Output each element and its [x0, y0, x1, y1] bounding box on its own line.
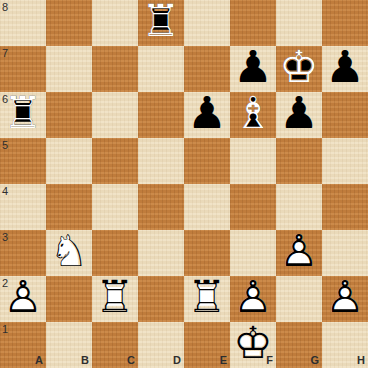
rank-label-4: 4 [2, 186, 8, 197]
square-a7[interactable]: 7 [0, 46, 46, 92]
square-h4[interactable] [322, 184, 368, 230]
square-h3[interactable] [322, 230, 368, 276]
piece-black-pawn[interactable]: ♟ [184, 92, 230, 138]
file-label-f: F [266, 355, 273, 366]
square-h5[interactable] [322, 138, 368, 184]
file-label-h: H [357, 355, 365, 366]
square-g3[interactable]: ♟♙ [276, 230, 322, 276]
piece-black-pawn[interactable]: ♟ [322, 46, 368, 92]
square-a4[interactable]: 4 [0, 184, 46, 230]
piece-white-rook[interactable]: ♜♖ [184, 276, 230, 322]
square-f1[interactable]: F♚♔ [230, 322, 276, 368]
square-a3[interactable]: 3 [0, 230, 46, 276]
square-d7[interactable] [138, 46, 184, 92]
square-g5[interactable] [276, 138, 322, 184]
piece-black-king[interactable]: ♚♔ [276, 46, 322, 92]
square-b7[interactable] [46, 46, 92, 92]
square-f6[interactable]: ♝♗ [230, 92, 276, 138]
square-f4[interactable] [230, 184, 276, 230]
piece-black-rook[interactable]: ♜♖ [138, 0, 184, 46]
white-pawn-outline-icon: ♙ [279, 229, 318, 273]
square-c6[interactable] [92, 92, 138, 138]
black-rook-outline-icon: ♖ [3, 91, 42, 135]
white-rook-outline-icon: ♖ [95, 275, 134, 319]
black-pawn-icon: ♟ [233, 45, 272, 89]
square-f8[interactable] [230, 0, 276, 46]
file-label-d: D [173, 355, 181, 366]
piece-black-bishop[interactable]: ♝♗ [230, 92, 276, 138]
black-king-outline-icon: ♔ [279, 45, 318, 89]
square-h2[interactable]: ♟♙ [322, 276, 368, 322]
rank-label-1: 1 [2, 324, 8, 335]
chess-board: 8♜♖7♟♚♔♟6♜♖♟♝♗♟543♞♘♟♙2♟♙♜♖♜♖♟♙♟♙1ABCDEF… [0, 0, 368, 368]
square-h8[interactable] [322, 0, 368, 46]
white-pawn-outline-icon: ♙ [325, 275, 364, 319]
square-a8[interactable]: 8 [0, 0, 46, 46]
square-g7[interactable]: ♚♔ [276, 46, 322, 92]
black-pawn-icon: ♟ [187, 91, 226, 135]
square-h6[interactable] [322, 92, 368, 138]
piece-white-rook[interactable]: ♜♖ [92, 276, 138, 322]
square-c3[interactable] [92, 230, 138, 276]
square-d8[interactable]: ♜♖ [138, 0, 184, 46]
square-e3[interactable] [184, 230, 230, 276]
square-h1[interactable]: H [322, 322, 368, 368]
white-pawn-outline-icon: ♙ [3, 275, 42, 319]
piece-white-pawn[interactable]: ♟♙ [276, 230, 322, 276]
square-f2[interactable]: ♟♙ [230, 276, 276, 322]
square-f5[interactable] [230, 138, 276, 184]
rank-label-8: 8 [2, 2, 8, 13]
square-a1[interactable]: 1A [0, 322, 46, 368]
square-b5[interactable] [46, 138, 92, 184]
square-e4[interactable] [184, 184, 230, 230]
square-b3[interactable]: ♞♘ [46, 230, 92, 276]
white-pawn-outline-icon: ♙ [233, 275, 272, 319]
square-b6[interactable] [46, 92, 92, 138]
square-b8[interactable] [46, 0, 92, 46]
square-d3[interactable] [138, 230, 184, 276]
piece-white-pawn[interactable]: ♟♙ [230, 276, 276, 322]
rank-label-7: 7 [2, 48, 8, 59]
rank-label-5: 5 [2, 140, 8, 151]
white-rook-outline-icon: ♖ [187, 275, 226, 319]
file-label-a: A [35, 355, 43, 366]
square-c2[interactable]: ♜♖ [92, 276, 138, 322]
square-e6[interactable]: ♟ [184, 92, 230, 138]
square-d1[interactable]: D [138, 322, 184, 368]
square-g2[interactable] [276, 276, 322, 322]
square-e1[interactable]: E [184, 322, 230, 368]
square-c5[interactable] [92, 138, 138, 184]
square-b4[interactable] [46, 184, 92, 230]
square-c7[interactable] [92, 46, 138, 92]
white-knight-outline-icon: ♘ [49, 229, 88, 273]
square-e7[interactable] [184, 46, 230, 92]
square-g8[interactable] [276, 0, 322, 46]
square-c4[interactable] [92, 184, 138, 230]
square-c1[interactable]: C [92, 322, 138, 368]
square-g1[interactable]: G [276, 322, 322, 368]
black-rook-outline-icon: ♖ [141, 0, 180, 43]
square-b1[interactable]: B [46, 322, 92, 368]
square-g6[interactable]: ♟ [276, 92, 322, 138]
rank-label-6: 6 [2, 94, 8, 105]
square-e8[interactable] [184, 0, 230, 46]
square-a2[interactable]: 2♟♙ [0, 276, 46, 322]
file-label-g: G [310, 355, 319, 366]
square-h7[interactable]: ♟ [322, 46, 368, 92]
square-c8[interactable] [92, 0, 138, 46]
file-label-e: E [220, 355, 227, 366]
square-a5[interactable]: 5 [0, 138, 46, 184]
piece-black-pawn[interactable]: ♟ [230, 46, 276, 92]
square-f3[interactable] [230, 230, 276, 276]
square-e2[interactable]: ♜♖ [184, 276, 230, 322]
black-pawn-icon: ♟ [325, 45, 364, 89]
square-a6[interactable]: 6♜♖ [0, 92, 46, 138]
square-b2[interactable] [46, 276, 92, 322]
file-label-c: C [127, 355, 135, 366]
rank-label-3: 3 [2, 232, 8, 243]
rank-label-2: 2 [2, 278, 8, 289]
square-d4[interactable] [138, 184, 184, 230]
piece-white-pawn[interactable]: ♟♙ [322, 276, 368, 322]
square-e5[interactable] [184, 138, 230, 184]
square-d5[interactable] [138, 138, 184, 184]
piece-black-pawn[interactable]: ♟ [276, 92, 322, 138]
square-g4[interactable] [276, 184, 322, 230]
file-label-b: B [81, 355, 89, 366]
square-d2[interactable] [138, 276, 184, 322]
piece-white-knight[interactable]: ♞♘ [46, 230, 92, 276]
square-d6[interactable] [138, 92, 184, 138]
black-pawn-icon: ♟ [279, 91, 318, 135]
black-bishop-outline-icon: ♗ [233, 91, 272, 135]
square-f7[interactable]: ♟ [230, 46, 276, 92]
